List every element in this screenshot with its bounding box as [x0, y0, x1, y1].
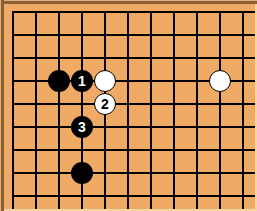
point-c16	[48, 70, 71, 93]
point-k16	[209, 70, 232, 93]
white-stone	[94, 70, 116, 92]
black-stone	[71, 162, 93, 184]
frame-right-bevel	[255, 4, 257, 211]
black-stone	[48, 70, 70, 92]
point-e16	[94, 70, 117, 93]
white-stone	[209, 70, 231, 92]
point-d16: 1	[71, 70, 94, 93]
black-stone-move-1: 1	[71, 70, 93, 92]
go-board: 123	[2, 1, 255, 208]
point-d12	[71, 162, 94, 185]
frame-bottom-bevel	[4, 209, 257, 211]
point-e15: 2	[94, 93, 117, 116]
point-d14: 3	[71, 116, 94, 139]
white-stone-move-2: 2	[94, 93, 116, 115]
black-stone-move-3: 3	[71, 116, 93, 138]
go-diagram: 123	[0, 0, 257, 211]
